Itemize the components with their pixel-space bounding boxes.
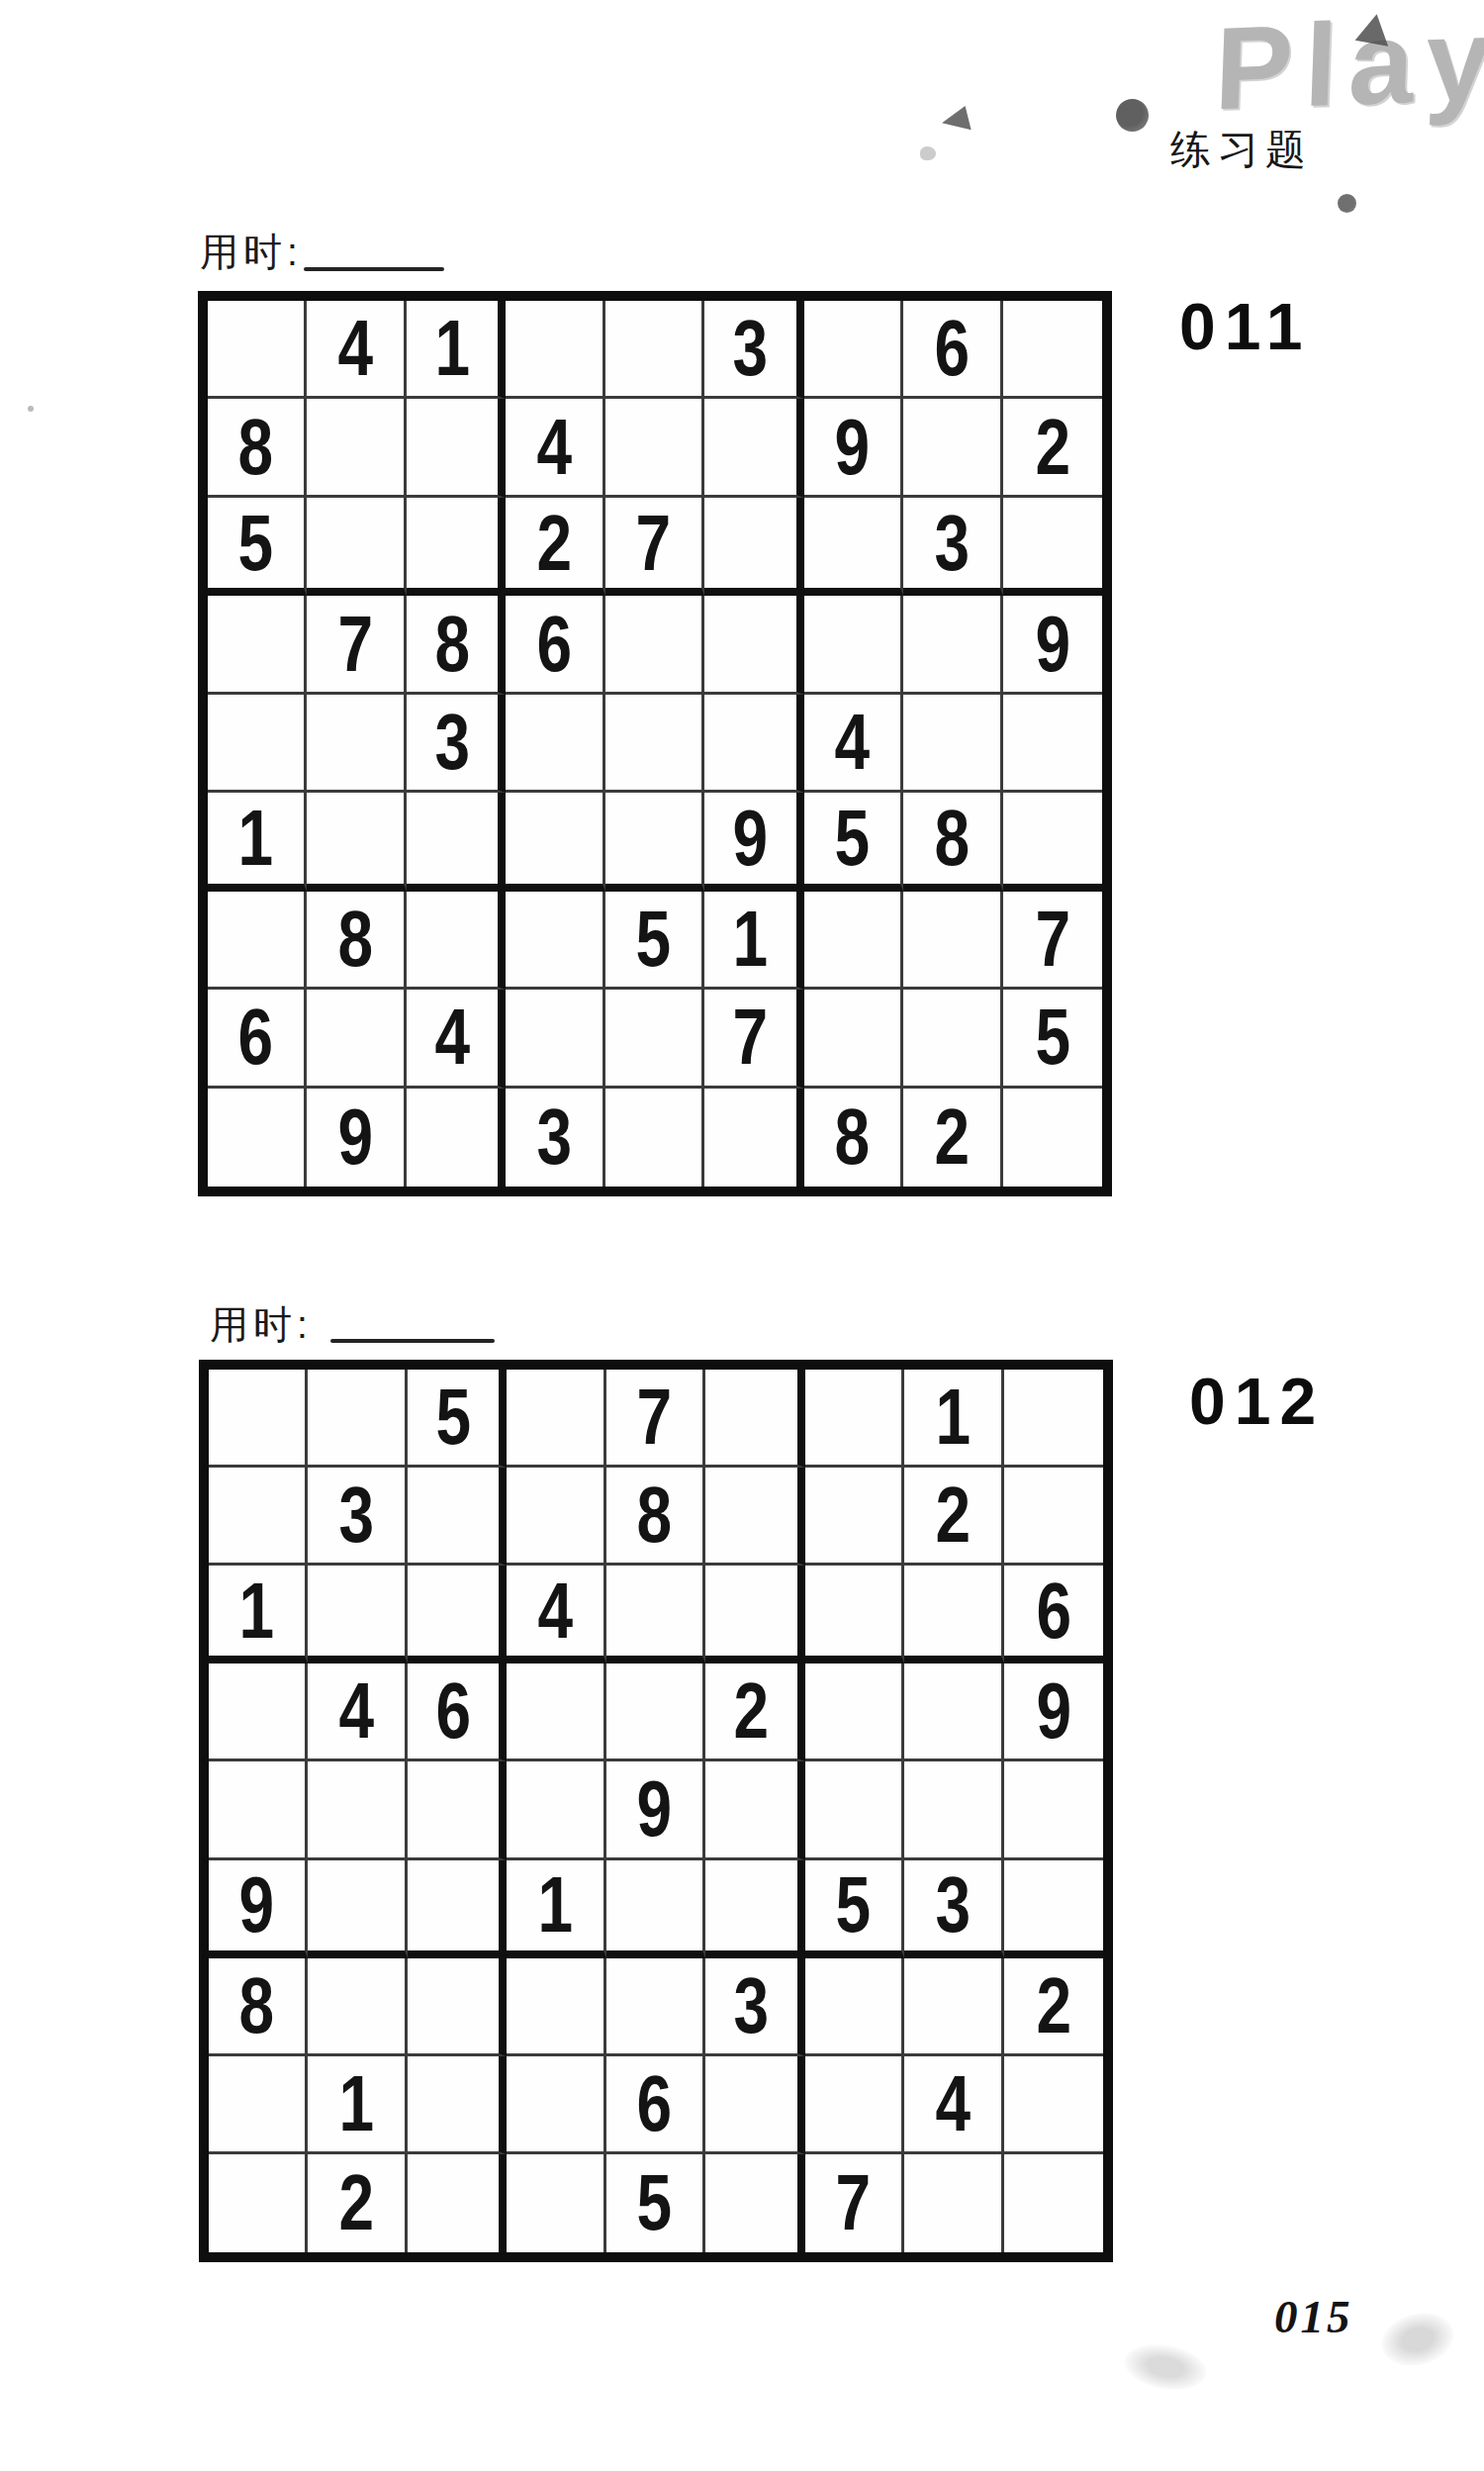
puzzle-011-cell-r7c9: 7 — [1003, 892, 1102, 990]
puzzle-011-cell-r5c8 — [903, 695, 1002, 793]
print-smudge — [1121, 2338, 1210, 2396]
given-digit: 8 — [934, 799, 970, 878]
given-digit: 2 — [1036, 1966, 1071, 2045]
given-digit: 6 — [435, 1671, 471, 1751]
puzzle-011-cell-r6c2 — [307, 793, 406, 891]
puzzle-012-cell-r9c8 — [904, 2154, 1003, 2252]
puzzle-012-cell-r6c2 — [308, 1860, 407, 1958]
puzzle-012-cell-r1c7 — [805, 1370, 904, 1468]
puzzle-011-cell-r8c1: 6 — [208, 990, 307, 1088]
puzzle-011-cell-r2c7: 9 — [804, 399, 903, 497]
puzzle-012-cell-r8c2: 1 — [308, 2056, 407, 2154]
given-digit: 1 — [434, 309, 470, 388]
given-digit: 7 — [1035, 900, 1070, 979]
puzzle-012-cell-r4c7 — [805, 1663, 904, 1761]
given-digit: 7 — [733, 998, 769, 1077]
given-digit: 4 — [537, 1571, 573, 1651]
given-digit: 5 — [238, 504, 274, 583]
given-digit: 2 — [934, 1097, 970, 1177]
given-digit: 7 — [636, 504, 672, 583]
puzzle-011-cell-r7c4 — [506, 892, 604, 990]
puzzle-012-cell-r5c8 — [904, 1761, 1003, 1859]
puzzle-011-cell-r9c9 — [1003, 1089, 1102, 1187]
puzzle-011-cell-r6c5 — [605, 793, 704, 891]
given-digit: 4 — [935, 2064, 971, 2143]
time-blank-line-012 — [330, 1339, 495, 1343]
puzzle-011-cell-r4c3: 8 — [407, 596, 506, 694]
time-used-label-012: 用时: — [210, 1298, 313, 1352]
puzzle-012-cell-r3c1: 1 — [209, 1566, 308, 1663]
puzzle-011-cell-r7c8 — [903, 892, 1002, 990]
puzzle-012-cell-r4c4 — [507, 1663, 605, 1761]
given-digit: 7 — [337, 605, 373, 684]
print-smudge — [1376, 2305, 1460, 2373]
section-label: 练习题 — [1170, 123, 1313, 177]
puzzle-012-cell-r2c5: 8 — [606, 1468, 705, 1566]
puzzle-012-cell-r7c1: 8 — [209, 1958, 308, 2056]
puzzle-011-cell-r9c4: 3 — [506, 1089, 604, 1187]
puzzle-012-cell-r1c4 — [507, 1370, 605, 1468]
puzzle-011-cell-r3c1: 5 — [208, 498, 307, 596]
puzzle-011-cell-r2c8 — [903, 399, 1002, 497]
puzzle-012-cell-r6c3 — [408, 1860, 507, 1958]
puzzle-011-cell-r6c1: 1 — [208, 793, 307, 891]
puzzle-012-cell-r6c4: 1 — [507, 1860, 605, 1958]
given-digit: 2 — [935, 1475, 971, 1555]
puzzle-012-cell-r6c5 — [606, 1860, 705, 1958]
puzzle-011-cell-r4c1 — [208, 596, 307, 694]
puzzle-011-cell-r3c2 — [307, 498, 406, 596]
puzzle-012-cell-r2c1 — [209, 1468, 308, 1566]
puzzle-012-cell-r4c1 — [209, 1663, 308, 1761]
puzzle-011-cell-r1c4 — [506, 301, 604, 399]
puzzle-012-cell-r7c6: 3 — [705, 1958, 804, 2056]
time-blank-line-011 — [304, 267, 444, 271]
puzzle-011-cell-r3c3 — [407, 498, 506, 596]
puzzle-012-cell-r8c8: 4 — [904, 2056, 1003, 2154]
puzzle-011-cell-r2c3 — [407, 399, 506, 497]
puzzle-012-cell-r3c5 — [606, 1566, 705, 1663]
puzzle-012-cell-r1c2 — [308, 1370, 407, 1468]
puzzle-012-cell-r5c1 — [209, 1761, 308, 1859]
puzzle-012-cell-r9c2: 2 — [308, 2154, 407, 2252]
puzzle-011-cell-r2c5 — [605, 399, 704, 497]
puzzle-012-cell-r3c8 — [904, 1566, 1003, 1663]
given-digit: 8 — [238, 408, 274, 487]
given-digit: 2 — [536, 504, 572, 583]
puzzle-011-cell-r5c4 — [506, 695, 604, 793]
ink-dot-large — [1116, 99, 1149, 132]
puzzle-011-cell-r8c7 — [804, 990, 903, 1088]
given-digit: 7 — [637, 1378, 673, 1457]
given-digit: 8 — [239, 1966, 275, 2045]
given-digit: 5 — [637, 2163, 673, 2242]
given-digit: 1 — [733, 900, 769, 979]
puzzle-012-cell-r8c3 — [408, 2056, 507, 2154]
puzzle-012-cell-r9c3 — [408, 2154, 507, 2252]
puzzle-011-cell-r4c9: 9 — [1003, 596, 1102, 694]
puzzle-011-cell-r3c7 — [804, 498, 903, 596]
ink-dot-small — [1338, 194, 1356, 213]
puzzle-011-cell-r1c9 — [1003, 301, 1102, 399]
sudoku-grid-011: 4136849252737869341958851764759382 — [198, 291, 1112, 1196]
given-digit: 6 — [1036, 1571, 1071, 1651]
puzzle-number-011: 011 — [1179, 289, 1311, 364]
puzzle-011-cell-r3c9 — [1003, 498, 1102, 596]
puzzle-012-cell-r1c3: 5 — [408, 1370, 507, 1468]
puzzle-012-cell-r4c6: 2 — [705, 1663, 804, 1761]
scanned-book-page: Play 练习题 用时: 413684925273786934195885176… — [0, 0, 1484, 2471]
given-digit: 4 — [835, 703, 871, 782]
puzzle-012-cell-r4c3: 6 — [408, 1663, 507, 1761]
puzzle-011-cell-r1c2: 4 — [307, 301, 406, 399]
puzzle-011-cell-r6c4 — [506, 793, 604, 891]
puzzle-011-cell-r6c9 — [1003, 793, 1102, 891]
puzzle-011-cell-r5c1 — [208, 695, 307, 793]
puzzle-012-cell-r4c8 — [904, 1663, 1003, 1761]
given-digit: 8 — [337, 900, 373, 979]
given-digit: 1 — [239, 1571, 275, 1651]
given-digit: 9 — [337, 1097, 373, 1177]
puzzle-012-cell-r5c9 — [1004, 1761, 1103, 1859]
puzzle-011-cell-r7c1 — [208, 892, 307, 990]
puzzle-011-cell-r6c7: 5 — [804, 793, 903, 891]
puzzle-012-cell-r4c9: 9 — [1004, 1663, 1103, 1761]
puzzle-012-cell-r3c4: 4 — [507, 1566, 605, 1663]
puzzle-011-cell-r4c7 — [804, 596, 903, 694]
puzzle-011-cell-r1c6: 3 — [704, 301, 803, 399]
given-digit: 1 — [537, 1865, 573, 1945]
puzzle-012-cell-r3c7 — [805, 1566, 904, 1663]
margin-dot — [28, 406, 34, 412]
puzzle-012-cell-r4c5 — [606, 1663, 705, 1761]
puzzle-011-cell-r9c6 — [704, 1089, 803, 1187]
puzzle-011-cell-r1c3: 1 — [407, 301, 506, 399]
puzzle-011-cell-r8c9: 5 — [1003, 990, 1102, 1088]
puzzle-012-cell-r2c4 — [507, 1468, 605, 1566]
puzzle-012-cell-r2c9 — [1004, 1468, 1103, 1566]
puzzle-011-cell-r9c7: 8 — [804, 1089, 903, 1187]
given-digit: 2 — [338, 2163, 374, 2242]
puzzle-012-cell-r1c9 — [1004, 1370, 1103, 1468]
puzzle-012-cell-r9c9 — [1004, 2154, 1103, 2252]
puzzle-011-cell-r5c9 — [1003, 695, 1102, 793]
puzzle-012-cell-r7c7 — [805, 1958, 904, 2056]
puzzle-011-cell-r2c6 — [704, 399, 803, 497]
given-digit: 3 — [935, 1865, 971, 1945]
puzzle-012-cell-r6c8: 3 — [904, 1860, 1003, 1958]
puzzle-012-cell-r5c6 — [705, 1761, 804, 1859]
puzzle-012-cell-r7c4 — [507, 1958, 605, 2056]
cursor-triangle-icon — [939, 106, 971, 137]
puzzle-012-cell-r4c2: 4 — [308, 1663, 407, 1761]
puzzle-011-cell-r8c3: 4 — [407, 990, 506, 1088]
puzzle-012-cell-r2c2: 3 — [308, 1468, 407, 1566]
puzzle-012-cell-r8c5: 6 — [606, 2056, 705, 2154]
puzzle-012-cell-r2c6 — [705, 1468, 804, 1566]
puzzle-012-cell-r7c8 — [904, 1958, 1003, 2056]
puzzle-011-cell-r7c5: 5 — [605, 892, 704, 990]
given-digit: 4 — [434, 998, 470, 1077]
puzzle-011-cell-r1c7 — [804, 301, 903, 399]
given-digit: 8 — [434, 605, 470, 684]
given-digit: 3 — [733, 309, 769, 388]
puzzle-012-cell-r5c5: 9 — [606, 1761, 705, 1859]
puzzle-012-cell-r5c2 — [308, 1761, 407, 1859]
puzzle-011-cell-r6c3 — [407, 793, 506, 891]
puzzle-011-cell-r8c2 — [307, 990, 406, 1088]
given-digit: 4 — [536, 408, 572, 487]
given-digit: 8 — [637, 1475, 673, 1555]
puzzle-011-cell-r1c1 — [208, 301, 307, 399]
given-digit: 2 — [734, 1671, 770, 1751]
puzzle-012-cell-r3c9: 6 — [1004, 1566, 1103, 1663]
given-digit: 7 — [836, 2163, 872, 2242]
given-digit: 1 — [238, 799, 274, 878]
puzzle-012-cell-r1c5: 7 — [606, 1370, 705, 1468]
sudoku-grid-012: 571382146462999153832164257 — [199, 1360, 1113, 2262]
puzzle-011-cell-r2c4: 4 — [506, 399, 604, 497]
puzzle-011-cell-r2c1: 8 — [208, 399, 307, 497]
puzzle-012-cell-r3c6 — [705, 1566, 804, 1663]
puzzle-011-cell-r7c3 — [407, 892, 506, 990]
puzzle-011-cell-r7c6: 1 — [704, 892, 803, 990]
puzzle-011-cell-r3c5: 7 — [605, 498, 704, 596]
puzzle-012-cell-r8c7 — [805, 2056, 904, 2154]
puzzle-011-cell-r3c8: 3 — [903, 498, 1002, 596]
puzzle-012-cell-r2c8: 2 — [904, 1468, 1003, 1566]
puzzle-012-cell-r8c9 — [1004, 2056, 1103, 2154]
puzzle-011-cell-r9c1 — [208, 1089, 307, 1187]
puzzle-011-cell-r8c5 — [605, 990, 704, 1088]
puzzle-011-cell-r8c8 — [903, 990, 1002, 1088]
puzzle-012-cell-r8c4 — [507, 2056, 605, 2154]
given-digit: 9 — [637, 1769, 673, 1849]
given-digit: 5 — [435, 1378, 471, 1457]
puzzle-012-cell-r5c4 — [507, 1761, 605, 1859]
puzzle-011-cell-r9c5 — [605, 1089, 704, 1187]
puzzle-011-cell-r4c4: 6 — [506, 596, 604, 694]
puzzle-012-cell-r1c6 — [705, 1370, 804, 1468]
given-digit: 9 — [1035, 605, 1070, 684]
puzzle-012-cell-r5c3 — [408, 1761, 507, 1859]
puzzle-012-cell-r9c5: 5 — [606, 2154, 705, 2252]
given-digit: 5 — [835, 799, 871, 878]
given-digit: 9 — [835, 408, 871, 487]
given-digit: 8 — [835, 1097, 871, 1177]
logo-triangle-icon — [1355, 11, 1394, 46]
given-digit: 3 — [338, 1475, 374, 1555]
given-digit: 6 — [637, 2064, 673, 2143]
puzzle-011-cell-r4c8 — [903, 596, 1002, 694]
puzzle-011-cell-r5c5 — [605, 695, 704, 793]
puzzle-012-cell-r9c7: 7 — [805, 2154, 904, 2252]
given-digit: 9 — [1036, 1671, 1071, 1751]
play-brand-logo: Play — [1213, 0, 1484, 136]
given-digit: 9 — [733, 799, 769, 878]
puzzle-012-cell-r2c3 — [408, 1468, 507, 1566]
puzzle-012-cell-r7c9: 2 — [1004, 1958, 1103, 2056]
puzzle-011-cell-r7c7 — [804, 892, 903, 990]
puzzle-012-cell-r9c4 — [507, 2154, 605, 2252]
given-digit: 6 — [238, 998, 274, 1077]
puzzle-012-cell-r1c1 — [209, 1370, 308, 1468]
given-digit: 3 — [536, 1097, 572, 1177]
puzzle-number-012: 012 — [1189, 1364, 1325, 1439]
puzzle-011-cell-r9c2: 9 — [307, 1089, 406, 1187]
puzzle-011-cell-r5c3: 3 — [407, 695, 506, 793]
puzzle-011-cell-r4c5 — [605, 596, 704, 694]
given-digit: 5 — [1035, 998, 1070, 1077]
puzzle-011-cell-r9c8: 2 — [903, 1089, 1002, 1187]
puzzle-011-cell-r8c4 — [506, 990, 604, 1088]
page-number: 015 — [1274, 2290, 1353, 2343]
given-digit: 3 — [434, 703, 470, 782]
puzzle-012-cell-r7c3 — [408, 1958, 507, 2056]
puzzle-011-cell-r8c6: 7 — [704, 990, 803, 1088]
given-digit: 1 — [338, 2064, 374, 2143]
given-digit: 4 — [338, 1671, 374, 1751]
given-digit: 6 — [934, 309, 970, 388]
given-digit: 2 — [1035, 408, 1070, 487]
given-digit: 1 — [935, 1378, 971, 1457]
puzzle-012-cell-r9c1 — [209, 2154, 308, 2252]
puzzle-011-cell-r4c6 — [704, 596, 803, 694]
puzzle-011-cell-r2c2 — [307, 399, 406, 497]
given-digit: 3 — [734, 1966, 770, 2045]
puzzle-011-cell-r5c2 — [307, 695, 406, 793]
given-digit: 6 — [536, 605, 572, 684]
given-digit: 9 — [239, 1865, 275, 1945]
puzzle-012-cell-r5c7 — [805, 1761, 904, 1859]
puzzle-011-cell-r1c5 — [605, 301, 704, 399]
puzzle-011-cell-r3c4: 2 — [506, 498, 604, 596]
puzzle-011-cell-r9c3 — [407, 1089, 506, 1187]
puzzle-012-cell-r3c2 — [308, 1566, 407, 1663]
given-digit: 5 — [636, 900, 672, 979]
puzzle-012-cell-r1c8: 1 — [904, 1370, 1003, 1468]
puzzle-012-cell-r9c6 — [705, 2154, 804, 2252]
puzzle-012-cell-r2c7 — [805, 1468, 904, 1566]
puzzle-011-cell-r6c6: 9 — [704, 793, 803, 891]
puzzle-012-cell-r6c9 — [1004, 1860, 1103, 1958]
puzzle-012-cell-r3c3 — [408, 1566, 507, 1663]
puzzle-012-cell-r7c5 — [606, 1958, 705, 2056]
puzzle-012-cell-r8c6 — [705, 2056, 804, 2154]
puzzle-011-cell-r4c2: 7 — [307, 596, 406, 694]
given-digit: 3 — [934, 504, 970, 583]
time-used-label-011: 用时: — [200, 226, 303, 279]
puzzle-012-cell-r6c6 — [705, 1860, 804, 1958]
puzzle-011-cell-r1c8: 6 — [903, 301, 1002, 399]
puzzle-011-cell-r7c2: 8 — [307, 892, 406, 990]
puzzle-012-cell-r7c2 — [308, 1958, 407, 2056]
puzzle-011-cell-r5c7: 4 — [804, 695, 903, 793]
given-digit: 4 — [337, 309, 373, 388]
print-speck — [920, 146, 936, 160]
puzzle-012-cell-r8c1 — [209, 2056, 308, 2154]
puzzle-011-cell-r5c6 — [704, 695, 803, 793]
puzzle-011-cell-r2c9: 2 — [1003, 399, 1102, 497]
puzzle-011-cell-r3c6 — [704, 498, 803, 596]
given-digit: 5 — [836, 1865, 872, 1945]
puzzle-011-cell-r6c8: 8 — [903, 793, 1002, 891]
puzzle-012-cell-r6c1: 9 — [209, 1860, 308, 1958]
puzzle-012-cell-r6c7: 5 — [805, 1860, 904, 1958]
